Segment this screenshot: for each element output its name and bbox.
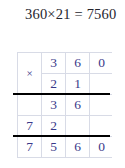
- grid-cell-r1c3: 6: [66, 53, 89, 73]
- grid-cell-r3c1: [18, 95, 41, 115]
- grid-cell-r3c3: 6: [66, 95, 89, 115]
- rule-line-above-product: [13, 135, 110, 137]
- grid-cell-r1c2: 3: [42, 53, 65, 73]
- grid-cell-r4c1: 7: [18, 116, 41, 136]
- rule-line-below-multiplier: [13, 93, 110, 95]
- worksheet-canvas: 360×21 = 7560 × 3 6 0 2 1 3 6 7 2 7: [0, 0, 125, 168]
- grid-cell-r2c4: [90, 74, 113, 94]
- grid-cell-r5c2: 5: [42, 137, 65, 157]
- grid-cell-r4c3: [66, 116, 89, 136]
- grid-cell-r3c2: 3: [42, 95, 65, 115]
- multiplication-grid-wrapper: × 3 6 0 2 1 3 6 7 2 7 5 6 0: [17, 52, 114, 158]
- equation-title: 360×21 = 7560: [25, 5, 116, 23]
- grid-cell-r5c4: 0: [90, 137, 113, 157]
- grid-cell-r2c3: 1: [66, 74, 89, 94]
- grid-cell-r4c2: 2: [42, 116, 65, 136]
- grid-cell-r3c4: [90, 95, 113, 115]
- grid-cell-r5c1: 7: [18, 137, 41, 157]
- grid-cell-r1c4: 0: [90, 53, 113, 73]
- multiply-sign-cell: ×: [18, 53, 41, 94]
- grid-cell-r2c2: 2: [42, 74, 65, 94]
- grid-cell-r5c3: 6: [66, 137, 89, 157]
- multiplication-grid: × 3 6 0 2 1 3 6 7 2 7 5 6 0: [17, 52, 112, 158]
- grid-cell-r4c4: [90, 116, 113, 136]
